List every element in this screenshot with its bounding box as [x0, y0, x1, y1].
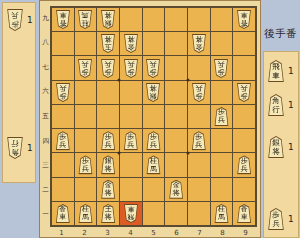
square-4一[interactable]: 飛車: [120, 202, 142, 225]
shogi-piece-金将[interactable]: 金将: [123, 34, 139, 53]
piece-kanji: 金将: [124, 35, 138, 52]
square-3六[interactable]: [97, 81, 119, 104]
shogi-piece-桂馬[interactable]: 桂馬: [77, 204, 93, 223]
piece-kanji: 金将: [101, 181, 115, 198]
square-5八[interactable]: [143, 32, 165, 55]
shogi-piece-飛車[interactable]: 飛車: [267, 60, 285, 82]
piece-kanji: 桂馬: [78, 205, 92, 222]
piece-kanji: 歩兵: [214, 60, 228, 77]
piece-kanji: 桂馬: [78, 11, 92, 28]
piece-kanji: 歩兵: [192, 132, 206, 149]
piece-kanji: 歩兵: [78, 156, 92, 173]
square-3五[interactable]: [97, 105, 119, 128]
shogi-piece-歩兵[interactable]: 歩兵: [236, 155, 252, 174]
piece-kanji: 歩兵: [124, 132, 138, 149]
square-8八[interactable]: [211, 32, 233, 55]
square-6四[interactable]: [165, 129, 187, 152]
square-3二[interactable]: 金将: [97, 178, 119, 201]
square-6六[interactable]: [165, 81, 187, 104]
star-point: [187, 152, 190, 155]
square-8六[interactable]: [211, 81, 233, 104]
piece-kanji: 歩兵: [268, 209, 284, 229]
file-label: 8: [211, 227, 234, 238]
square-9八[interactable]: [233, 32, 255, 55]
shogi-piece-銀将[interactable]: 銀将: [100, 155, 116, 174]
piece-count: 1: [288, 142, 294, 152]
file-label: 9: [234, 227, 257, 238]
square-9六[interactable]: 歩兵: [233, 81, 255, 104]
square-8四[interactable]: [211, 129, 233, 152]
square-8九[interactable]: [211, 8, 233, 31]
square-7一[interactable]: [188, 202, 210, 225]
shogi-piece-金将[interactable]: 金将: [168, 180, 184, 199]
piece-count: 1: [288, 100, 294, 110]
square-1三[interactable]: [52, 153, 74, 176]
shogi-piece-銀将[interactable]: 銀将: [100, 10, 116, 29]
shogi-piece-歩兵[interactable]: 歩兵: [100, 131, 116, 150]
square-8五[interactable]: 歩兵: [211, 105, 233, 128]
shogi-piece-角行[interactable]: 角行: [267, 94, 285, 116]
shogi-piece-歩兵[interactable]: 歩兵: [213, 59, 229, 78]
gote-hand-panel: 飛車1角行1銀将1歩兵1: [263, 51, 299, 238]
square-5五[interactable]: [143, 105, 165, 128]
piece-kanji: 歩兵: [237, 84, 251, 101]
piece-kanji: 歩兵: [78, 60, 92, 77]
shogi-piece-歩兵[interactable]: 歩兵: [145, 131, 161, 150]
piece-kanji: 飛車: [124, 205, 138, 222]
square-2二[interactable]: [75, 178, 97, 201]
file-label: 7: [188, 227, 211, 238]
square-7三[interactable]: [188, 153, 210, 176]
shogi-piece-歩兵[interactable]: 歩兵: [55, 131, 71, 150]
square-7八[interactable]: 金将: [188, 32, 210, 55]
piece-kanji: 銀将: [101, 156, 115, 173]
piece-kanji: 歩兵: [56, 84, 70, 101]
square-1八[interactable]: [52, 32, 74, 55]
square-3八[interactable]: 玉将: [97, 32, 119, 55]
piece-count: 1: [27, 143, 33, 153]
star-point: [118, 79, 121, 82]
shogi-piece-歩兵[interactable]: 歩兵: [236, 83, 252, 102]
piece-count: 1: [288, 66, 294, 76]
square-8三[interactable]: [211, 153, 233, 176]
piece-kanji: 歩兵: [124, 60, 138, 77]
square-1四[interactable]: 歩兵: [52, 129, 74, 152]
hand-piece-歩兵[interactable]: 歩兵1: [6, 9, 33, 31]
square-5七[interactable]: 歩兵: [143, 56, 165, 79]
piece-kanji: 歩兵: [146, 132, 160, 149]
square-6八[interactable]: [165, 32, 187, 55]
shogi-piece-歩兵[interactable]: 歩兵: [123, 131, 139, 150]
square-8二[interactable]: [211, 178, 233, 201]
piece-kanji: 飛車: [268, 61, 284, 81]
shogi-piece-香車[interactable]: 香車: [55, 10, 71, 29]
hand-piece-角行[interactable]: 角行1: [267, 94, 294, 116]
piece-kanji: 角行: [7, 138, 23, 158]
hand-piece-歩兵[interactable]: 歩兵1: [267, 208, 294, 230]
piece-kanji: 金将: [169, 181, 183, 198]
piece-kanji: 歩兵: [214, 108, 228, 125]
shogi-piece-桂馬[interactable]: 桂馬: [213, 204, 229, 223]
square-5九[interactable]: [143, 8, 165, 31]
piece-kanji: 玉将: [101, 35, 115, 52]
shogi-piece-歩兵[interactable]: 歩兵: [213, 107, 229, 126]
square-1一[interactable]: 香車: [52, 202, 74, 225]
piece-kanji: 香車: [56, 205, 70, 222]
file-label: 2: [73, 227, 96, 238]
shogi-piece-桂馬[interactable]: 桂馬: [145, 155, 161, 174]
square-3七[interactable]: 歩兵: [97, 56, 119, 79]
piece-kanji: 歩兵: [146, 60, 160, 77]
square-6三[interactable]: [165, 153, 187, 176]
piece-count: 1: [288, 214, 294, 224]
hand-piece-飛車[interactable]: 飛車1: [267, 60, 294, 82]
square-2五[interactable]: [75, 105, 97, 128]
shogi-piece-飛車[interactable]: 飛車: [123, 204, 139, 223]
square-5三[interactable]: 桂馬: [143, 153, 165, 176]
piece-kanji: 香車: [237, 11, 251, 28]
shogi-piece-香車[interactable]: 香車: [236, 10, 252, 29]
square-9三[interactable]: 歩兵: [233, 153, 255, 176]
square-9七[interactable]: [233, 56, 255, 79]
sente-hand-panel: 歩兵1角行1: [2, 2, 36, 183]
board-frame: 九八七六五四三二一 香車桂馬銀将香車玉将金将金将歩兵歩兵歩兵歩兵歩兵歩兵銀将歩兵…: [39, 0, 261, 238]
square-3三[interactable]: 銀将: [97, 153, 119, 176]
square-4二[interactable]: [120, 178, 142, 201]
piece-kanji: 歩兵: [101, 132, 115, 149]
piece-kanji: 王将: [101, 205, 115, 222]
piece-kanji: 歩兵: [101, 60, 115, 77]
shogi-piece-歩兵[interactable]: 歩兵: [267, 208, 285, 230]
square-1二[interactable]: [52, 178, 74, 201]
shogi-piece-歩兵[interactable]: 歩兵: [191, 131, 207, 150]
square-4六[interactable]: [120, 81, 142, 104]
piece-kanji: 香車: [56, 11, 70, 28]
square-1六[interactable]: 歩兵: [52, 81, 74, 104]
square-5一[interactable]: [143, 202, 165, 225]
square-5四[interactable]: 歩兵: [143, 129, 165, 152]
square-4八[interactable]: 金将: [120, 32, 142, 55]
square-3四[interactable]: 歩兵: [97, 129, 119, 152]
piece-kanji: 銀将: [268, 137, 284, 157]
square-9四[interactable]: [233, 129, 255, 152]
star-point: [187, 79, 190, 82]
turn-indicator: 後手番: [264, 27, 297, 41]
shogi-piece-金将[interactable]: 金将: [100, 180, 116, 199]
square-2六[interactable]: [75, 81, 97, 104]
shogi-piece-香車[interactable]: 香車: [236, 204, 252, 223]
square-8一[interactable]: 桂馬: [211, 202, 233, 225]
square-7七[interactable]: [188, 56, 210, 79]
file-label: 3: [96, 227, 119, 238]
square-4五[interactable]: [120, 105, 142, 128]
piece-kanji: 銀将: [101, 11, 115, 28]
piece-kanji: 桂馬: [214, 205, 228, 222]
file-label: 6: [165, 227, 188, 238]
shogi-piece-銀将[interactable]: 銀将: [145, 83, 161, 102]
square-4九[interactable]: [120, 8, 142, 31]
square-2八[interactable]: [75, 32, 97, 55]
shogi-piece-金将[interactable]: 金将: [191, 34, 207, 53]
file-label: 5: [142, 227, 165, 238]
square-2九[interactable]: 桂馬: [75, 8, 97, 31]
square-7九[interactable]: [188, 8, 210, 31]
square-9九[interactable]: 香車: [233, 8, 255, 31]
shogi-piece-歩兵[interactable]: 歩兵: [6, 9, 24, 31]
square-4三[interactable]: [120, 153, 142, 176]
shogi-board: 香車桂馬銀将香車玉将金将金将歩兵歩兵歩兵歩兵歩兵歩兵銀将歩兵歩兵歩兵歩兵歩兵歩兵…: [50, 6, 257, 227]
square-9五[interactable]: [233, 105, 255, 128]
piece-kanji: 角行: [268, 95, 284, 115]
hand-piece-角行[interactable]: 角行1: [6, 137, 33, 159]
shogi-piece-歩兵[interactable]: 歩兵: [145, 59, 161, 78]
square-6二[interactable]: 金将: [165, 178, 187, 201]
shogi-app: 歩兵1角行1 九八七六五四三二一 香車桂馬銀将香車玉将金将金将歩兵歩兵歩兵歩兵歩…: [0, 0, 300, 238]
square-1五[interactable]: [52, 105, 74, 128]
piece-kanji: 金将: [192, 35, 206, 52]
square-2七[interactable]: 歩兵: [75, 56, 97, 79]
file-label: 4: [119, 227, 142, 238]
square-9二[interactable]: [233, 178, 255, 201]
square-2一[interactable]: 桂馬: [75, 202, 97, 225]
square-6一[interactable]: [165, 202, 187, 225]
square-6七[interactable]: [165, 56, 187, 79]
square-4七[interactable]: 歩兵: [120, 56, 142, 79]
piece-kanji: 歩兵: [237, 156, 251, 173]
square-5六[interactable]: 銀将: [143, 81, 165, 104]
piece-kanji: 歩兵: [7, 10, 23, 30]
square-7五[interactable]: [188, 105, 210, 128]
shogi-piece-香車[interactable]: 香車: [55, 204, 71, 223]
hand-piece-銀将[interactable]: 銀将1: [267, 136, 294, 158]
square-7六[interactable]: 歩兵: [188, 81, 210, 104]
piece-kanji: 歩兵: [56, 132, 70, 149]
square-7二[interactable]: [188, 178, 210, 201]
file-labels: 123456789: [50, 227, 257, 238]
piece-kanji: 桂馬: [146, 156, 160, 173]
shogi-piece-桂馬[interactable]: 桂馬: [77, 10, 93, 29]
shogi-piece-歩兵[interactable]: 歩兵: [191, 83, 207, 102]
file-label: 1: [50, 227, 73, 238]
square-1九[interactable]: 香車: [52, 8, 74, 31]
shogi-piece-歩兵[interactable]: 歩兵: [55, 83, 71, 102]
shogi-piece-歩兵[interactable]: 歩兵: [100, 59, 116, 78]
square-6九[interactable]: [165, 8, 187, 31]
shogi-piece-銀将[interactable]: 銀将: [267, 136, 285, 158]
square-2三[interactable]: 歩兵: [75, 153, 97, 176]
square-2四[interactable]: [75, 129, 97, 152]
square-7四[interactable]: 歩兵: [188, 129, 210, 152]
shogi-piece-歩兵[interactable]: 歩兵: [123, 59, 139, 78]
square-3一[interactable]: 王将: [97, 202, 119, 225]
piece-count: 1: [27, 15, 33, 25]
square-1七[interactable]: [52, 56, 74, 79]
square-6五[interactable]: [165, 105, 187, 128]
shogi-piece-玉将[interactable]: 玉将: [100, 34, 116, 53]
shogi-piece-歩兵[interactable]: 歩兵: [77, 155, 93, 174]
square-5二[interactable]: [143, 178, 165, 201]
star-point: [118, 152, 121, 155]
square-8七[interactable]: 歩兵: [211, 56, 233, 79]
shogi-piece-角行[interactable]: 角行: [6, 137, 24, 159]
square-4四[interactable]: 歩兵: [120, 129, 142, 152]
piece-kanji: 歩兵: [192, 84, 206, 101]
piece-kanji: 香車: [237, 205, 251, 222]
square-9一[interactable]: 香車: [233, 202, 255, 225]
square-3九[interactable]: 銀将: [97, 8, 119, 31]
piece-kanji: 銀将: [146, 84, 160, 101]
shogi-piece-歩兵[interactable]: 歩兵: [77, 59, 93, 78]
shogi-piece-王将[interactable]: 王将: [100, 204, 116, 223]
